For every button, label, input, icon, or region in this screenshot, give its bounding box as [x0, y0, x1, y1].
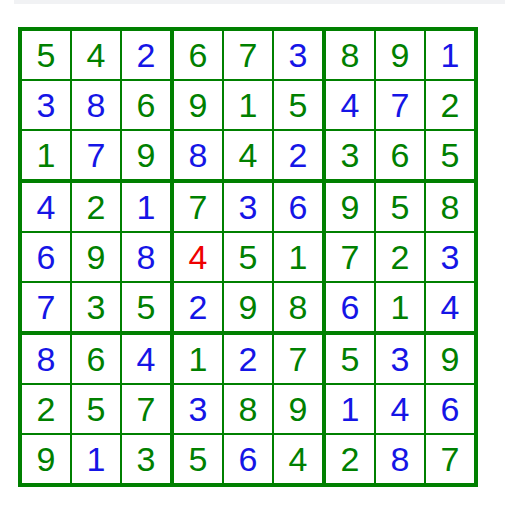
cell-r2c6[interactable]: 5 — [274, 81, 322, 129]
cell-r8c5[interactable]: 8 — [224, 385, 272, 433]
cell-r5c6[interactable]: 1 — [274, 233, 322, 281]
cell-r4c2[interactable]: 2 — [72, 183, 120, 231]
cell-r5c2[interactable]: 9 — [72, 233, 120, 281]
cell-r3c4[interactable]: 8 — [174, 131, 222, 179]
cell-r9c1[interactable]: 9 — [22, 435, 70, 483]
cell-r9c6[interactable]: 4 — [274, 435, 322, 483]
cell-r3c6[interactable]: 2 — [274, 131, 322, 179]
cell-r8c2[interactable]: 5 — [72, 385, 120, 433]
cell-r7c3[interactable]: 4 — [122, 335, 170, 383]
cell-r6c5[interactable]: 9 — [224, 283, 272, 331]
cell-r1c7[interactable]: 8 — [326, 31, 374, 79]
box-1-1: 542386179 — [22, 31, 170, 179]
cell-r5c5[interactable]: 5 — [224, 233, 272, 281]
cell-r6c3[interactable]: 5 — [122, 283, 170, 331]
cell-r4c8[interactable]: 5 — [376, 183, 424, 231]
cell-r1c8[interactable]: 9 — [376, 31, 424, 79]
cell-r5c8[interactable]: 2 — [376, 233, 424, 281]
cell-r2c9[interactable]: 2 — [426, 81, 474, 129]
cell-r7c5[interactable]: 2 — [224, 335, 272, 383]
cell-r1c5[interactable]: 7 — [224, 31, 272, 79]
cell-r8c9[interactable]: 6 — [426, 385, 474, 433]
cell-r8c3[interactable]: 7 — [122, 385, 170, 433]
cell-r4c6[interactable]: 6 — [274, 183, 322, 231]
cell-r7c1[interactable]: 8 — [22, 335, 70, 383]
cell-r6c1[interactable]: 7 — [22, 283, 70, 331]
cell-r6c4[interactable]: 2 — [174, 283, 222, 331]
cell-r4c3[interactable]: 1 — [122, 183, 170, 231]
cell-r9c3[interactable]: 3 — [122, 435, 170, 483]
cell-r9c4[interactable]: 5 — [174, 435, 222, 483]
cell-r1c4[interactable]: 6 — [174, 31, 222, 79]
cell-r6c7[interactable]: 6 — [326, 283, 374, 331]
cell-r2c4[interactable]: 9 — [174, 81, 222, 129]
cell-r6c6[interactable]: 8 — [274, 283, 322, 331]
box-3-2: 127389564 — [174, 335, 322, 483]
cell-r9c7[interactable]: 2 — [326, 435, 374, 483]
cell-r4c7[interactable]: 9 — [326, 183, 374, 231]
cell-r3c9[interactable]: 5 — [426, 131, 474, 179]
cell-r9c2[interactable]: 1 — [72, 435, 120, 483]
cell-r6c9[interactable]: 4 — [426, 283, 474, 331]
cell-r7c2[interactable]: 6 — [72, 335, 120, 383]
cell-r7c7[interactable]: 5 — [326, 335, 374, 383]
cell-r2c7[interactable]: 4 — [326, 81, 374, 129]
box-3-1: 864257913 — [22, 335, 170, 483]
cell-r1c6[interactable]: 3 — [274, 31, 322, 79]
box-2-1: 421698735 — [22, 183, 170, 331]
box-3-3: 539146287 — [326, 335, 474, 483]
box-2-3: 958723614 — [326, 183, 474, 331]
cell-r7c8[interactable]: 3 — [376, 335, 424, 383]
cell-r8c4[interactable]: 3 — [174, 385, 222, 433]
cell-r5c4[interactable]: 4 — [174, 233, 222, 281]
cell-r5c7[interactable]: 7 — [326, 233, 374, 281]
cell-r2c2[interactable]: 8 — [72, 81, 120, 129]
cell-r1c1[interactable]: 5 — [22, 31, 70, 79]
box-2-2: 736451298 — [174, 183, 322, 331]
box-1-3: 891472365 — [326, 31, 474, 179]
cell-r3c3[interactable]: 9 — [122, 131, 170, 179]
cell-r6c2[interactable]: 3 — [72, 283, 120, 331]
cell-r1c9[interactable]: 1 — [426, 31, 474, 79]
cell-r9c9[interactable]: 7 — [426, 435, 474, 483]
cell-r7c6[interactable]: 7 — [274, 335, 322, 383]
cell-r4c1[interactable]: 4 — [22, 183, 70, 231]
sudoku-board: 5423861796739158428914723654216987357364… — [18, 27, 478, 487]
cell-r4c5[interactable]: 3 — [224, 183, 272, 231]
cell-r5c1[interactable]: 6 — [22, 233, 70, 281]
cell-r2c5[interactable]: 1 — [224, 81, 272, 129]
cell-r3c7[interactable]: 3 — [326, 131, 374, 179]
cell-r2c1[interactable]: 3 — [22, 81, 70, 129]
cell-r1c3[interactable]: 2 — [122, 31, 170, 79]
cell-r3c5[interactable]: 4 — [224, 131, 272, 179]
cell-r7c9[interactable]: 9 — [426, 335, 474, 383]
cell-r7c4[interactable]: 1 — [174, 335, 222, 383]
cell-r5c9[interactable]: 3 — [426, 233, 474, 281]
cell-r9c5[interactable]: 6 — [224, 435, 272, 483]
cell-r8c7[interactable]: 1 — [326, 385, 374, 433]
cell-r2c3[interactable]: 6 — [122, 81, 170, 129]
cell-r2c8[interactable]: 7 — [376, 81, 424, 129]
top-divider-bar — [14, 0, 505, 4]
cell-r8c1[interactable]: 2 — [22, 385, 70, 433]
cell-r1c2[interactable]: 4 — [72, 31, 120, 79]
cell-r6c8[interactable]: 1 — [376, 283, 424, 331]
cell-r3c1[interactable]: 1 — [22, 131, 70, 179]
cell-r8c6[interactable]: 9 — [274, 385, 322, 433]
cell-r3c2[interactable]: 7 — [72, 131, 120, 179]
cell-r4c9[interactable]: 8 — [426, 183, 474, 231]
cell-r9c8[interactable]: 8 — [376, 435, 424, 483]
cell-r8c8[interactable]: 4 — [376, 385, 424, 433]
box-1-2: 673915842 — [174, 31, 322, 179]
cell-r5c3[interactable]: 8 — [122, 233, 170, 281]
cell-r3c8[interactable]: 6 — [376, 131, 424, 179]
cell-r4c4[interactable]: 7 — [174, 183, 222, 231]
